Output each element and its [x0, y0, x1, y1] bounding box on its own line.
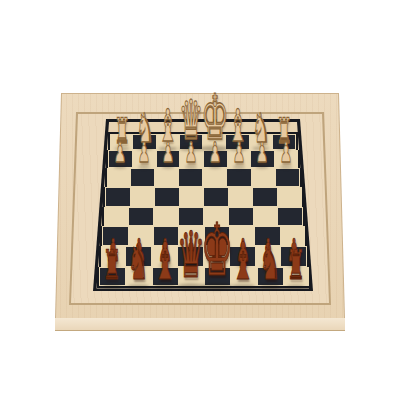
chess-set-photo: ♜♞♝♛♚♝♞♜♟♟♟♟♟♟♟♟♟♟♟♟♟♟♟♟♜♞♝♛♚♝♞♜: [0, 0, 400, 400]
pieces-layer: ♜♞♝♛♚♝♞♜♟♟♟♟♟♟♟♟♟♟♟♟♟♟♟♟♜♞♝♛♚♝♞♜: [0, 0, 400, 400]
